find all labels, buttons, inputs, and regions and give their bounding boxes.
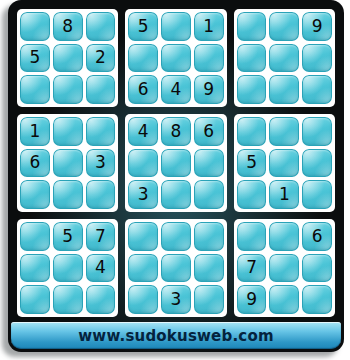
cell-r7c6[interactable] (194, 222, 224, 251)
cell-r7c5[interactable] (161, 222, 191, 251)
cell-r4c8[interactable] (269, 117, 299, 146)
cell-r6c1[interactable] (20, 180, 50, 209)
cell-r9c8[interactable] (269, 285, 299, 314)
cell-r1c3[interactable] (86, 12, 116, 41)
block-r0c2: 9 (234, 9, 335, 107)
cell-r3c3[interactable] (86, 75, 116, 104)
cell-r4c1[interactable]: 1 (20, 117, 50, 146)
cell-r7c7[interactable] (237, 222, 267, 251)
block-r1c1: 4863 (125, 114, 226, 212)
cell-r5c2[interactable] (53, 149, 83, 178)
cell-r7c8[interactable] (269, 222, 299, 251)
cell-r4c6[interactable]: 6 (194, 117, 224, 146)
cell-r3c5[interactable]: 4 (161, 75, 191, 104)
cell-r4c7[interactable] (237, 117, 267, 146)
cell-r6c8[interactable]: 1 (269, 180, 299, 209)
cell-r7c4[interactable] (128, 222, 158, 251)
cell-r7c3[interactable]: 7 (86, 222, 116, 251)
cell-r5c5[interactable] (161, 149, 191, 178)
block-r1c2: 51 (234, 114, 335, 212)
cell-r8c2[interactable] (53, 254, 83, 283)
cell-r8c9[interactable] (302, 254, 332, 283)
cell-r9c9[interactable] (302, 285, 332, 314)
cell-r2c6[interactable] (194, 44, 224, 73)
cell-r5c3[interactable]: 3 (86, 149, 116, 178)
cell-r1c4[interactable]: 5 (128, 12, 158, 41)
cell-r3c7[interactable] (237, 75, 267, 104)
cell-r1c7[interactable] (237, 12, 267, 41)
cell-r5c9[interactable] (302, 149, 332, 178)
cell-r5c1[interactable]: 6 (20, 149, 50, 178)
cell-r1c5[interactable] (161, 12, 191, 41)
cell-r8c5[interactable] (161, 254, 191, 283)
cell-r6c7[interactable] (237, 180, 267, 209)
cell-r7c1[interactable] (20, 222, 50, 251)
cell-r4c3[interactable] (86, 117, 116, 146)
cell-r8c1[interactable] (20, 254, 50, 283)
cell-r5c6[interactable] (194, 149, 224, 178)
cell-r1c8[interactable] (269, 12, 299, 41)
cell-r6c2[interactable] (53, 180, 83, 209)
cell-r2c5[interactable] (161, 44, 191, 73)
footer-bar: www.sudokusweb.com (11, 322, 341, 349)
cell-r2c8[interactable] (269, 44, 299, 73)
cell-r2c4[interactable] (128, 44, 158, 73)
cell-r5c4[interactable] (128, 149, 158, 178)
block-r0c1: 51649 (125, 9, 226, 107)
cell-r4c2[interactable] (53, 117, 83, 146)
cell-r8c8[interactable] (269, 254, 299, 283)
cell-r2c1[interactable]: 5 (20, 44, 50, 73)
cell-r4c5[interactable]: 8 (161, 117, 191, 146)
cell-r2c2[interactable] (53, 44, 83, 73)
cell-r3c4[interactable]: 6 (128, 75, 158, 104)
cell-r3c6[interactable]: 9 (194, 75, 224, 104)
cell-r9c2[interactable] (53, 285, 83, 314)
cell-r7c2[interactable]: 5 (53, 222, 83, 251)
block-r2c2: 679 (234, 219, 335, 317)
cell-r9c7[interactable]: 9 (237, 285, 267, 314)
cell-r8c7[interactable]: 7 (237, 254, 267, 283)
cell-r1c6[interactable]: 1 (194, 12, 224, 41)
cell-r7c9[interactable]: 6 (302, 222, 332, 251)
cell-r9c4[interactable] (128, 285, 158, 314)
cell-r3c1[interactable] (20, 75, 50, 104)
cell-r5c8[interactable] (269, 149, 299, 178)
block-r2c1: 3 (125, 219, 226, 317)
cell-r1c1[interactable] (20, 12, 50, 41)
cell-r3c2[interactable] (53, 75, 83, 104)
cell-r3c9[interactable] (302, 75, 332, 104)
footer-url[interactable]: www.sudokusweb.com (78, 327, 273, 345)
block-r0c0: 852 (17, 9, 118, 107)
cell-r6c5[interactable] (161, 180, 191, 209)
sudoku-board: 8525164991634863515743679 www.sudokusweb… (8, 0, 344, 352)
cell-r9c6[interactable] (194, 285, 224, 314)
cell-r8c4[interactable] (128, 254, 158, 283)
cell-r4c4[interactable]: 4 (128, 117, 158, 146)
cell-r2c9[interactable] (302, 44, 332, 73)
cell-r9c1[interactable] (20, 285, 50, 314)
cell-r8c3[interactable]: 4 (86, 254, 116, 283)
cell-r9c3[interactable] (86, 285, 116, 314)
block-r1c0: 163 (17, 114, 118, 212)
cell-r1c2[interactable]: 8 (53, 12, 83, 41)
cell-r1c9[interactable]: 9 (302, 12, 332, 41)
cell-r8c6[interactable] (194, 254, 224, 283)
cell-r5c7[interactable]: 5 (237, 149, 267, 178)
cell-r6c6[interactable] (194, 180, 224, 209)
cell-r6c9[interactable] (302, 180, 332, 209)
cell-r2c3[interactable]: 2 (86, 44, 116, 73)
cell-r6c3[interactable] (86, 180, 116, 209)
block-r2c0: 574 (17, 219, 118, 317)
cell-r4c9[interactable] (302, 117, 332, 146)
sudoku-blocks: 8525164991634863515743679 (17, 9, 335, 317)
cell-r2c7[interactable] (237, 44, 267, 73)
cell-r6c4[interactable]: 3 (128, 180, 158, 209)
cell-r9c5[interactable]: 3 (161, 285, 191, 314)
cell-r3c8[interactable] (269, 75, 299, 104)
